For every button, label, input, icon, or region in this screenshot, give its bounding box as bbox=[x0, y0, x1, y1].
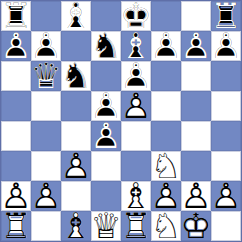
piece-black-pawn[interactable]: ♟♙ bbox=[91, 121, 121, 151]
square-a1[interactable]: ♜♖ bbox=[1, 211, 31, 241]
pawn-icon: ♟ bbox=[151, 31, 181, 61]
piece-white-knight[interactable]: ♞♘ bbox=[151, 151, 181, 181]
pawn-icon: ♟ bbox=[121, 61, 151, 91]
square-f8[interactable] bbox=[151, 1, 181, 31]
square-g2[interactable]: ♟♙ bbox=[181, 181, 211, 211]
square-f4[interactable] bbox=[151, 121, 181, 151]
pawn-outline-icon: ♙ bbox=[211, 31, 241, 61]
piece-white-pawn[interactable]: ♟♙ bbox=[151, 181, 181, 211]
bishop-outline-icon: ♗ bbox=[61, 1, 91, 31]
square-h1[interactable] bbox=[211, 211, 241, 241]
rook-icon: ♜ bbox=[1, 1, 31, 31]
piece-black-pawn[interactable]: ♟♙ bbox=[1, 31, 31, 61]
square-c6[interactable]: ♞♘ bbox=[61, 61, 91, 91]
piece-black-knight[interactable]: ♞♘ bbox=[61, 61, 91, 91]
square-f1[interactable]: ♞♘ bbox=[151, 211, 181, 241]
square-b6[interactable]: ♛♕ bbox=[31, 61, 61, 91]
square-h8[interactable]: ♜♖ bbox=[211, 1, 241, 31]
knight-icon: ♞ bbox=[151, 151, 181, 181]
square-f5[interactable] bbox=[151, 91, 181, 121]
square-h6[interactable] bbox=[211, 61, 241, 91]
queen-icon: ♛ bbox=[31, 61, 61, 91]
square-e5[interactable]: ♟♙ bbox=[121, 91, 151, 121]
piece-white-pawn[interactable]: ♟♙ bbox=[211, 181, 241, 211]
pawn-icon: ♟ bbox=[121, 91, 151, 121]
knight-outline-icon: ♘ bbox=[91, 31, 121, 61]
square-a8[interactable]: ♜♖ bbox=[1, 1, 31, 31]
piece-black-pawn[interactable]: ♟♙ bbox=[31, 31, 61, 61]
square-h5[interactable] bbox=[211, 91, 241, 121]
square-a6[interactable] bbox=[1, 61, 31, 91]
square-d5[interactable]: ♟♙ bbox=[91, 91, 121, 121]
piece-black-bishop[interactable]: ♝♗ bbox=[61, 1, 91, 31]
bishop-icon: ♝ bbox=[121, 181, 151, 211]
bishop-icon: ♝ bbox=[121, 31, 151, 61]
king-icon: ♚ bbox=[121, 1, 151, 31]
square-f2[interactable]: ♟♙ bbox=[151, 181, 181, 211]
piece-black-pawn[interactable]: ♟♙ bbox=[211, 31, 241, 61]
rook-outline-icon: ♖ bbox=[1, 1, 31, 31]
piece-black-queen[interactable]: ♛♕ bbox=[31, 61, 61, 91]
pawn-outline-icon: ♙ bbox=[31, 31, 61, 61]
square-c4[interactable] bbox=[61, 121, 91, 151]
square-e1[interactable]: ♜♖ bbox=[121, 211, 151, 241]
pawn-icon: ♟ bbox=[1, 181, 31, 211]
square-c5[interactable] bbox=[61, 91, 91, 121]
square-f7[interactable]: ♟♙ bbox=[151, 31, 181, 61]
piece-black-rook[interactable]: ♜♖ bbox=[1, 1, 31, 31]
pawn-outline-icon: ♙ bbox=[181, 31, 211, 61]
piece-black-pawn[interactable]: ♟♙ bbox=[181, 31, 211, 61]
square-g8[interactable] bbox=[181, 1, 211, 31]
square-h7[interactable]: ♟♙ bbox=[211, 31, 241, 61]
piece-white-pawn[interactable]: ♟♙ bbox=[61, 151, 91, 181]
pawn-outline-icon: ♙ bbox=[151, 181, 181, 211]
bishop-outline-icon: ♗ bbox=[61, 211, 91, 241]
piece-white-rook[interactable]: ♜♖ bbox=[121, 211, 151, 241]
square-b4[interactable] bbox=[31, 121, 61, 151]
king-outline-icon: ♔ bbox=[121, 1, 151, 31]
pawn-icon: ♟ bbox=[91, 121, 121, 151]
rook-icon: ♜ bbox=[211, 1, 241, 31]
pawn-outline-icon: ♙ bbox=[91, 91, 121, 121]
square-c7[interactable] bbox=[61, 31, 91, 61]
square-g4[interactable] bbox=[181, 121, 211, 151]
pawn-icon: ♟ bbox=[31, 181, 61, 211]
bishop-icon: ♝ bbox=[61, 211, 91, 241]
bishop-icon: ♝ bbox=[61, 1, 91, 31]
square-g6[interactable] bbox=[181, 61, 211, 91]
knight-icon: ♞ bbox=[61, 61, 91, 91]
square-g5[interactable] bbox=[181, 91, 211, 121]
piece-white-king[interactable]: ♚♔ bbox=[181, 211, 211, 241]
square-b8[interactable] bbox=[31, 1, 61, 31]
king-outline-icon: ♔ bbox=[181, 211, 211, 241]
pawn-outline-icon: ♙ bbox=[61, 151, 91, 181]
square-b7[interactable]: ♟♙ bbox=[31, 31, 61, 61]
pawn-outline-icon: ♙ bbox=[151, 31, 181, 61]
queen-icon: ♛ bbox=[91, 211, 121, 241]
piece-white-queen[interactable]: ♛♕ bbox=[91, 211, 121, 241]
pawn-icon: ♟ bbox=[181, 31, 211, 61]
square-d3[interactable] bbox=[91, 151, 121, 181]
square-e3[interactable] bbox=[121, 151, 151, 181]
piece-white-pawn[interactable]: ♟♙ bbox=[31, 181, 61, 211]
knight-icon: ♞ bbox=[151, 211, 181, 241]
knight-outline-icon: ♘ bbox=[61, 61, 91, 91]
bishop-outline-icon: ♗ bbox=[121, 181, 151, 211]
square-a7[interactable]: ♟♙ bbox=[1, 31, 31, 61]
square-e8[interactable]: ♚♔ bbox=[121, 1, 151, 31]
piece-black-bishop[interactable]: ♝♗ bbox=[121, 31, 151, 61]
square-b1[interactable] bbox=[31, 211, 61, 241]
pawn-icon: ♟ bbox=[211, 31, 241, 61]
piece-black-pawn[interactable]: ♟♙ bbox=[121, 61, 151, 91]
square-d4[interactable]: ♟♙ bbox=[91, 121, 121, 151]
rook-outline-icon: ♖ bbox=[1, 211, 31, 241]
knight-outline-icon: ♘ bbox=[151, 151, 181, 181]
pawn-icon: ♟ bbox=[181, 181, 211, 211]
piece-white-bishop[interactable]: ♝♗ bbox=[61, 211, 91, 241]
king-icon: ♚ bbox=[181, 211, 211, 241]
square-a4[interactable] bbox=[1, 121, 31, 151]
piece-white-pawn[interactable]: ♟♙ bbox=[121, 91, 151, 121]
pawn-outline-icon: ♙ bbox=[1, 31, 31, 61]
square-h3[interactable] bbox=[211, 151, 241, 181]
pawn-icon: ♟ bbox=[211, 181, 241, 211]
square-d7[interactable]: ♞♘ bbox=[91, 31, 121, 61]
knight-outline-icon: ♘ bbox=[151, 211, 181, 241]
pawn-outline-icon: ♙ bbox=[31, 181, 61, 211]
square-e7[interactable]: ♝♗ bbox=[121, 31, 151, 61]
square-c2[interactable] bbox=[61, 181, 91, 211]
rook-icon: ♜ bbox=[121, 211, 151, 241]
piece-white-rook[interactable]: ♜♖ bbox=[1, 211, 31, 241]
square-f3[interactable]: ♞♘ bbox=[151, 151, 181, 181]
pawn-outline-icon: ♙ bbox=[181, 181, 211, 211]
square-d1[interactable]: ♛♕ bbox=[91, 211, 121, 241]
pawn-icon: ♟ bbox=[31, 31, 61, 61]
queen-outline-icon: ♕ bbox=[91, 211, 121, 241]
knight-icon: ♞ bbox=[91, 31, 121, 61]
piece-white-knight[interactable]: ♞♘ bbox=[151, 211, 181, 241]
square-b5[interactable] bbox=[31, 91, 61, 121]
pawn-outline-icon: ♙ bbox=[121, 91, 151, 121]
square-d6[interactable] bbox=[91, 61, 121, 91]
rook-icon: ♜ bbox=[1, 211, 31, 241]
square-e2[interactable]: ♝♗ bbox=[121, 181, 151, 211]
pawn-icon: ♟ bbox=[61, 151, 91, 181]
piece-black-rook[interactable]: ♜♖ bbox=[211, 1, 241, 31]
square-a5[interactable] bbox=[1, 91, 31, 121]
square-d8[interactable] bbox=[91, 1, 121, 31]
square-e6[interactable]: ♟♙ bbox=[121, 61, 151, 91]
pawn-outline-icon: ♙ bbox=[211, 181, 241, 211]
square-h4[interactable] bbox=[211, 121, 241, 151]
piece-black-king[interactable]: ♚♔ bbox=[121, 1, 151, 31]
piece-black-pawn[interactable]: ♟♙ bbox=[91, 91, 121, 121]
square-a2[interactable]: ♟♙ bbox=[1, 181, 31, 211]
square-e4[interactable] bbox=[121, 121, 151, 151]
square-b2[interactable]: ♟♙ bbox=[31, 181, 61, 211]
square-c3[interactable]: ♟♙ bbox=[61, 151, 91, 181]
queen-outline-icon: ♕ bbox=[31, 61, 61, 91]
piece-white-bishop[interactable]: ♝♗ bbox=[121, 181, 151, 211]
square-c8[interactable]: ♝♗ bbox=[61, 1, 91, 31]
piece-white-pawn[interactable]: ♟♙ bbox=[1, 181, 31, 211]
square-d2[interactable] bbox=[91, 181, 121, 211]
square-g7[interactable]: ♟♙ bbox=[181, 31, 211, 61]
pawn-outline-icon: ♙ bbox=[121, 61, 151, 91]
square-c1[interactable]: ♝♗ bbox=[61, 211, 91, 241]
pawn-outline-icon: ♙ bbox=[1, 181, 31, 211]
square-f6[interactable] bbox=[151, 61, 181, 91]
piece-black-knight[interactable]: ♞♘ bbox=[91, 31, 121, 61]
square-a3[interactable] bbox=[1, 151, 31, 181]
rook-outline-icon: ♖ bbox=[211, 1, 241, 31]
square-g3[interactable] bbox=[181, 151, 211, 181]
pawn-icon: ♟ bbox=[151, 181, 181, 211]
square-h2[interactable]: ♟♙ bbox=[211, 181, 241, 211]
piece-black-pawn[interactable]: ♟♙ bbox=[151, 31, 181, 61]
square-g1[interactable]: ♚♔ bbox=[181, 211, 211, 241]
rook-outline-icon: ♖ bbox=[121, 211, 151, 241]
bishop-outline-icon: ♗ bbox=[121, 31, 151, 61]
pawn-outline-icon: ♙ bbox=[91, 121, 121, 151]
pawn-icon: ♟ bbox=[91, 91, 121, 121]
pawn-icon: ♟ bbox=[1, 31, 31, 61]
piece-white-pawn[interactable]: ♟♙ bbox=[181, 181, 211, 211]
chess-board: ♜♖♝♗♚♔♜♖♟♙♟♙♞♘♝♗♟♙♟♙♟♙♛♕♞♘♟♙♟♙♟♙♟♙♟♙♞♘♟♙… bbox=[0, 0, 242, 242]
square-b3[interactable] bbox=[31, 151, 61, 181]
